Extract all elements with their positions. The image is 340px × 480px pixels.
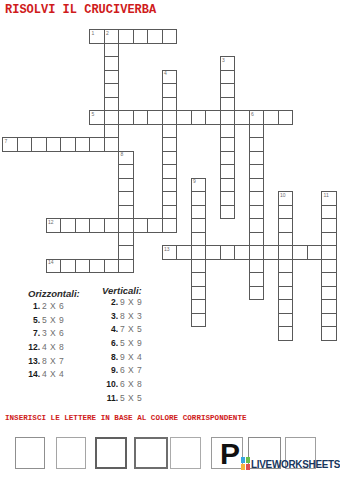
clue-item: 6.5 X 9 bbox=[104, 338, 142, 352]
answer-letter-box[interactable] bbox=[134, 437, 168, 469]
crossword-cell[interactable] bbox=[133, 218, 149, 233]
crossword-cell[interactable] bbox=[118, 232, 134, 247]
crossword-cell[interactable] bbox=[321, 326, 337, 341]
down-clues-heading: Verticali: bbox=[102, 285, 142, 296]
crossword-cell[interactable] bbox=[220, 83, 236, 98]
clue-item: 1.2 X 6 bbox=[26, 301, 64, 315]
crossword-cell[interactable] bbox=[278, 259, 294, 274]
clue-item: 3.8 X 3 bbox=[104, 311, 142, 325]
crossword-cell[interactable] bbox=[220, 205, 236, 220]
crossword-cell[interactable] bbox=[162, 164, 178, 179]
crossword-cell[interactable] bbox=[278, 272, 294, 287]
crossword-cell[interactable] bbox=[191, 272, 207, 287]
crossword-cell[interactable] bbox=[263, 245, 279, 260]
clue-item-expression: 7 X 5 bbox=[120, 324, 142, 334]
crossword-cell[interactable] bbox=[133, 110, 149, 125]
clue-item: 7.3 X 6 bbox=[26, 328, 64, 342]
clue-number: 11 bbox=[324, 193, 329, 198]
clue-item-expression: 3 X 6 bbox=[42, 328, 64, 338]
crossword-cell[interactable] bbox=[321, 286, 337, 301]
clue-item: 8.9 X 4 bbox=[104, 352, 142, 366]
clue-item-expression: 4 X 8 bbox=[42, 342, 64, 352]
crossword-cell[interactable] bbox=[321, 205, 337, 220]
crossword-cell[interactable] bbox=[118, 259, 134, 274]
crossword-cell[interactable] bbox=[75, 218, 91, 233]
clue-item: 5.5 X 9 bbox=[26, 315, 64, 329]
worksheet-page: RISOLVI IL CRUCIVERBA 123456789101112131… bbox=[0, 0, 340, 480]
crossword-cell[interactable] bbox=[220, 178, 236, 193]
crossword-cell[interactable] bbox=[191, 245, 207, 260]
crossword-cell[interactable] bbox=[263, 110, 279, 125]
liveworksheets-icon bbox=[241, 457, 250, 470]
answer-letter-box[interactable] bbox=[15, 437, 45, 469]
clue-item-number: 13. bbox=[26, 356, 40, 366]
crossword-cell[interactable] bbox=[249, 232, 265, 247]
answer-letter-box[interactable] bbox=[56, 437, 86, 469]
crossword-cell[interactable] bbox=[191, 299, 207, 314]
crossword-cell[interactable] bbox=[220, 151, 236, 166]
clue-item-number: 14. bbox=[26, 369, 40, 379]
crossword-cell[interactable]: 9 bbox=[191, 178, 207, 193]
clue-number: 14 bbox=[48, 260, 54, 265]
crossword-cell[interactable] bbox=[104, 124, 120, 139]
answer-letter-box[interactable] bbox=[95, 437, 127, 469]
crossword-cell[interactable] bbox=[147, 218, 163, 233]
crossword-cell[interactable]: 4 bbox=[162, 70, 178, 85]
clue-item-number: 2. bbox=[104, 297, 118, 307]
crossword-cell[interactable] bbox=[104, 43, 120, 58]
clue-number: 8 bbox=[121, 152, 124, 157]
crossword-cell[interactable] bbox=[278, 205, 294, 220]
crossword-cell[interactable] bbox=[220, 245, 236, 260]
crossword-cell[interactable] bbox=[104, 137, 120, 152]
crossword-cell[interactable] bbox=[162, 191, 178, 206]
clue-number: 6 bbox=[251, 112, 254, 117]
crossword-cell[interactable] bbox=[278, 245, 294, 260]
crossword-cell[interactable] bbox=[278, 286, 294, 301]
crossword-cell[interactable] bbox=[162, 218, 178, 233]
crossword-cell[interactable] bbox=[249, 124, 265, 139]
clue-item-number: 11. bbox=[104, 393, 118, 403]
crossword-cell[interactable] bbox=[278, 299, 294, 314]
answer-letter: P bbox=[220, 440, 240, 468]
crossword-cell[interactable]: 5 bbox=[89, 110, 105, 125]
crossword-cell[interactable] bbox=[162, 83, 178, 98]
crossword-cell[interactable] bbox=[191, 205, 207, 220]
crossword-cell[interactable] bbox=[162, 29, 178, 44]
crossword-cell[interactable] bbox=[118, 245, 134, 260]
down-clues-list: 2.9 X 93.8 X 34.7 X 56.5 X 98.9 X 49.6 X… bbox=[104, 297, 142, 407]
crossword-cell[interactable] bbox=[278, 110, 294, 125]
crossword-cell[interactable] bbox=[249, 151, 265, 166]
clue-item: 4.7 X 5 bbox=[104, 324, 142, 338]
crossword-cell[interactable] bbox=[321, 313, 337, 328]
crossword-cell[interactable] bbox=[118, 29, 134, 44]
clue-item-expression: 4 X 4 bbox=[42, 369, 64, 379]
crossword-cell[interactable] bbox=[321, 232, 337, 247]
crossword-cell[interactable] bbox=[89, 218, 105, 233]
crossword-cell[interactable] bbox=[17, 137, 33, 152]
crossword-cell[interactable] bbox=[147, 110, 163, 125]
clue-number: 3 bbox=[222, 58, 225, 63]
crossword-cell[interactable] bbox=[133, 29, 149, 44]
crossword-cell[interactable] bbox=[118, 191, 134, 206]
crossword-cell[interactable] bbox=[104, 83, 120, 98]
clue-item-expression: 5 X 5 bbox=[120, 393, 142, 403]
clue-item: 11.5 X 5 bbox=[104, 393, 142, 407]
crossword-cell[interactable] bbox=[249, 191, 265, 206]
clue-item-expression: 9 X 9 bbox=[120, 297, 142, 307]
crossword-cell[interactable] bbox=[162, 110, 178, 125]
clue-number: 12 bbox=[48, 220, 54, 225]
clue-number: 5 bbox=[92, 112, 95, 117]
crossword-cell[interactable] bbox=[191, 313, 207, 328]
clue-item-number: 3. bbox=[104, 311, 118, 321]
crossword-cell[interactable] bbox=[162, 205, 178, 220]
crossword-cell[interactable] bbox=[104, 259, 120, 274]
crossword-cell[interactable] bbox=[220, 110, 236, 125]
crossword-cell[interactable] bbox=[220, 164, 236, 179]
clue-item: 14.4 X 4 bbox=[26, 369, 64, 383]
crossword-cell[interactable] bbox=[220, 124, 236, 139]
crossword-cell[interactable] bbox=[278, 326, 294, 341]
clue-number: 4 bbox=[164, 71, 167, 76]
crossword-cell[interactable] bbox=[220, 70, 236, 85]
crossword-cell[interactable] bbox=[191, 191, 207, 206]
crossword-cell[interactable] bbox=[249, 218, 265, 233]
crossword-cell[interactable] bbox=[75, 137, 91, 152]
crossword-cell[interactable] bbox=[234, 245, 250, 260]
crossword-cell[interactable]: 11 bbox=[321, 191, 337, 206]
crossword-cell[interactable]: 1 bbox=[89, 29, 105, 44]
crossword-cell[interactable] bbox=[205, 110, 221, 125]
crossword-cell[interactable] bbox=[220, 97, 236, 112]
crossword-cell[interactable] bbox=[191, 232, 207, 247]
crossword-cell[interactable]: 7 bbox=[2, 137, 18, 152]
crossword-cell[interactable] bbox=[162, 178, 178, 193]
crossword-cell[interactable] bbox=[321, 299, 337, 314]
clue-item: 12.4 X 8 bbox=[26, 342, 64, 356]
crossword-cell[interactable] bbox=[191, 110, 207, 125]
crossword-cell[interactable] bbox=[249, 137, 265, 152]
crossword-cell[interactable] bbox=[118, 218, 134, 233]
clue-item-expression: 6 X 8 bbox=[120, 379, 142, 389]
crossword-cell[interactable] bbox=[321, 245, 337, 260]
crossword-cell[interactable] bbox=[176, 110, 192, 125]
crossword-cell[interactable] bbox=[249, 259, 265, 274]
crossword-cell[interactable] bbox=[249, 272, 265, 287]
crossword-cell[interactable] bbox=[321, 259, 337, 274]
crossword-cell[interactable] bbox=[220, 137, 236, 152]
crossword-cell[interactable]: 13 bbox=[162, 245, 178, 260]
across-clues-heading: Orizzontali: bbox=[28, 288, 80, 299]
clue-item-expression: 2 X 6 bbox=[42, 301, 64, 311]
crossword-cell[interactable] bbox=[118, 110, 134, 125]
clue-item: 10.6 X 8 bbox=[104, 379, 142, 393]
clue-item-expression: 9 X 4 bbox=[120, 352, 142, 362]
crossword-cell[interactable] bbox=[176, 245, 192, 260]
crossword-cell[interactable] bbox=[104, 97, 120, 112]
crossword-cell[interactable] bbox=[162, 124, 178, 139]
clue-item-number: 6. bbox=[104, 338, 118, 348]
crossword-cell[interactable] bbox=[191, 218, 207, 233]
crossword-cell[interactable] bbox=[249, 178, 265, 193]
crossword-cell[interactable]: 2 bbox=[104, 29, 120, 44]
crossword-cell[interactable] bbox=[60, 218, 76, 233]
clue-item-number: 5. bbox=[26, 315, 40, 325]
crossword-cell[interactable]: 12 bbox=[46, 218, 62, 233]
answer-letter-box[interactable] bbox=[170, 437, 201, 469]
clue-number: 7 bbox=[5, 139, 8, 144]
crossword-cell[interactable] bbox=[278, 232, 294, 247]
liveworksheets-logo[interactable]: LIVEWORKSHEETS bbox=[241, 457, 340, 470]
crossword-cell[interactable]: 6 bbox=[249, 110, 265, 125]
crossword-cell[interactable] bbox=[60, 137, 76, 152]
crossword-cell[interactable] bbox=[118, 205, 134, 220]
crossword-cell[interactable] bbox=[249, 245, 265, 260]
clue-item-expression: 6 X 7 bbox=[120, 365, 142, 375]
crossword-cell[interactable] bbox=[162, 151, 178, 166]
clue-number: 9 bbox=[193, 179, 196, 184]
crossword-cell[interactable]: 3 bbox=[220, 56, 236, 71]
clue-number: 2 bbox=[106, 31, 109, 36]
clue-item-expression: 5 X 9 bbox=[120, 338, 142, 348]
crossword-cell[interactable] bbox=[278, 313, 294, 328]
clue-item: 2.9 X 9 bbox=[104, 297, 142, 311]
page-title: RISOLVI IL CRUCIVERBA bbox=[5, 3, 156, 17]
clue-number: 1 bbox=[92, 31, 95, 36]
across-clues-list: 1.2 X 65.5 X 97.3 X 612.4 X 813.8 X 714.… bbox=[26, 301, 64, 383]
crossword-cell[interactable] bbox=[321, 218, 337, 233]
liveworksheets-logo-text: LIVEWORKSHEETS bbox=[251, 458, 340, 470]
crossword-cell[interactable] bbox=[118, 178, 134, 193]
crossword-cell[interactable] bbox=[278, 218, 294, 233]
clue-number: 10 bbox=[280, 193, 286, 198]
crossword-cell[interactable] bbox=[147, 29, 163, 44]
clue-number: 13 bbox=[164, 247, 170, 252]
crossword-cell[interactable] bbox=[118, 164, 134, 179]
clue-item-number: 10. bbox=[104, 379, 118, 389]
crossword-cell[interactable] bbox=[234, 110, 250, 125]
crossword-cell[interactable] bbox=[162, 97, 178, 112]
clue-item-number: 4. bbox=[104, 324, 118, 334]
crossword-cell[interactable]: 10 bbox=[278, 191, 294, 206]
crossword-cell[interactable] bbox=[191, 259, 207, 274]
crossword-cell[interactable] bbox=[104, 70, 120, 85]
clue-item-number: 7. bbox=[26, 328, 40, 338]
crossword-cell[interactable] bbox=[60, 259, 76, 274]
clue-item-number: 8. bbox=[104, 352, 118, 362]
crossword-cell[interactable] bbox=[46, 137, 62, 152]
clue-item: 9.6 X 7 bbox=[104, 365, 142, 379]
crossword-cell[interactable] bbox=[104, 56, 120, 71]
crossword-cell[interactable] bbox=[249, 164, 265, 179]
clue-item-number: 12. bbox=[26, 342, 40, 352]
crossword-cell[interactable] bbox=[89, 137, 105, 152]
crossword-cell[interactable] bbox=[104, 110, 120, 125]
crossword-cell[interactable] bbox=[191, 286, 207, 301]
crossword-cell[interactable] bbox=[292, 245, 308, 260]
clue-item-number: 9. bbox=[104, 365, 118, 375]
crossword-cell[interactable] bbox=[249, 286, 265, 301]
crossword-cell[interactable] bbox=[220, 191, 236, 206]
crossword-cell[interactable] bbox=[249, 205, 265, 220]
clue-item-number: 1. bbox=[26, 301, 40, 311]
crossword-cell[interactable] bbox=[307, 245, 323, 260]
crossword-cell[interactable] bbox=[205, 245, 221, 260]
crossword-cell[interactable] bbox=[162, 137, 178, 152]
crossword-cell[interactable] bbox=[104, 218, 120, 233]
clue-item-expression: 8 X 3 bbox=[120, 311, 142, 321]
crossword-cell[interactable]: 14 bbox=[46, 259, 62, 274]
crossword-cell[interactable]: 8 bbox=[118, 151, 134, 166]
crossword-cell[interactable] bbox=[31, 137, 47, 152]
crossword-cell[interactable] bbox=[89, 259, 105, 274]
answer-instruction: INSERISCI LE LETTERE IN BASE AL COLORE C… bbox=[5, 414, 247, 422]
clue-item-expression: 8 X 7 bbox=[42, 356, 64, 366]
clue-item: 13.8 X 7 bbox=[26, 356, 64, 370]
crossword-cell[interactable] bbox=[321, 272, 337, 287]
clue-item-expression: 5 X 9 bbox=[42, 315, 64, 325]
answer-letter-box[interactable]: P bbox=[211, 437, 243, 469]
crossword-cell[interactable] bbox=[75, 259, 91, 274]
